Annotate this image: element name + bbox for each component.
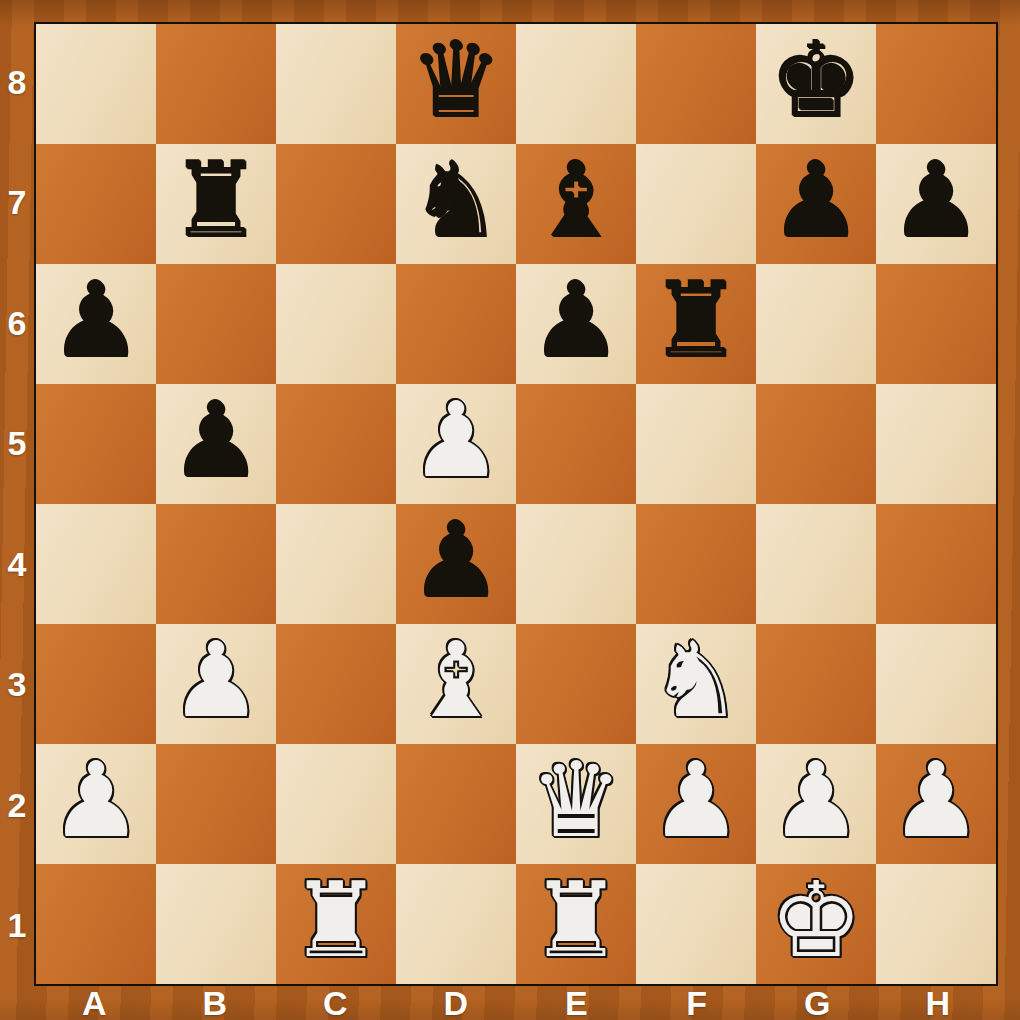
rank-label-8: 8 [0, 22, 34, 143]
square-b6[interactable] [156, 264, 276, 384]
square-e6[interactable]: ♟ [516, 264, 636, 384]
square-a2[interactable]: ♟ [36, 744, 156, 864]
square-d4[interactable]: ♟ [396, 504, 516, 624]
white-pawn-h2[interactable]: ♟ [889, 748, 982, 852]
file-label-h: H [878, 984, 999, 1020]
square-h6[interactable] [876, 264, 996, 384]
square-c8[interactable] [276, 24, 396, 144]
square-g7[interactable]: ♟ [756, 144, 876, 264]
white-pawn-a2[interactable]: ♟ [49, 748, 142, 852]
black-king-g8[interactable]: ♚ [769, 28, 862, 132]
square-a8[interactable] [36, 24, 156, 144]
black-pawn-d4[interactable]: ♟ [409, 508, 502, 612]
white-pawn-b3[interactable]: ♟ [169, 628, 262, 732]
square-h7[interactable]: ♟ [876, 144, 996, 264]
square-h8[interactable] [876, 24, 996, 144]
square-h3[interactable] [876, 624, 996, 744]
square-e2[interactable]: ♛ [516, 744, 636, 864]
white-pawn-g2[interactable]: ♟ [769, 748, 862, 852]
square-e3[interactable] [516, 624, 636, 744]
square-g4[interactable] [756, 504, 876, 624]
square-h1[interactable] [876, 864, 996, 984]
square-d3[interactable]: ♝ [396, 624, 516, 744]
square-d1[interactable] [396, 864, 516, 984]
square-d2[interactable] [396, 744, 516, 864]
rank-label-6: 6 [0, 263, 34, 384]
board-frame: ♛♚♜♞♝♟♟♟♟♜♟♟♟♟♝♞♟♛♟♟♟♜♜♚ [34, 22, 998, 986]
square-b2[interactable] [156, 744, 276, 864]
square-a6[interactable]: ♟ [36, 264, 156, 384]
white-rook-c1[interactable]: ♜ [289, 868, 382, 972]
square-f5[interactable] [636, 384, 756, 504]
white-pawn-f2[interactable]: ♟ [649, 748, 742, 852]
black-bishop-e7[interactable]: ♝ [529, 148, 622, 252]
square-f3[interactable]: ♞ [636, 624, 756, 744]
square-a5[interactable] [36, 384, 156, 504]
rank-label-3: 3 [0, 625, 34, 746]
chess-diagram: 87654321 ♛♚♜♞♝♟♟♟♟♜♟♟♟♟♝♞♟♛♟♟♟♜♜♚ ABCDEF… [0, 0, 1020, 1020]
black-pawn-b5[interactable]: ♟ [169, 388, 262, 492]
chess-board: ♛♚♜♞♝♟♟♟♟♜♟♟♟♟♝♞♟♛♟♟♟♜♜♚ [36, 24, 996, 984]
square-b7[interactable]: ♜ [156, 144, 276, 264]
square-c5[interactable] [276, 384, 396, 504]
square-a4[interactable] [36, 504, 156, 624]
square-g3[interactable] [756, 624, 876, 744]
square-b3[interactable]: ♟ [156, 624, 276, 744]
square-a1[interactable] [36, 864, 156, 984]
square-f7[interactable] [636, 144, 756, 264]
square-e8[interactable] [516, 24, 636, 144]
white-bishop-d3[interactable]: ♝ [409, 628, 502, 732]
square-e7[interactable]: ♝ [516, 144, 636, 264]
white-rook-e1[interactable]: ♜ [529, 868, 622, 972]
square-c1[interactable]: ♜ [276, 864, 396, 984]
file-label-e: E [516, 984, 637, 1020]
file-label-b: B [155, 984, 276, 1020]
rank-label-7: 7 [0, 143, 34, 264]
black-rook-b7[interactable]: ♜ [169, 148, 262, 252]
file-label-c: C [275, 984, 396, 1020]
black-knight-d7[interactable]: ♞ [409, 148, 502, 252]
rank-label-5: 5 [0, 384, 34, 505]
square-g8[interactable]: ♚ [756, 24, 876, 144]
square-b8[interactable] [156, 24, 276, 144]
file-labels: ABCDEFGH [34, 984, 998, 1020]
square-b5[interactable]: ♟ [156, 384, 276, 504]
square-c4[interactable] [276, 504, 396, 624]
square-f8[interactable] [636, 24, 756, 144]
black-pawn-e6[interactable]: ♟ [529, 268, 622, 372]
rank-label-2: 2 [0, 745, 34, 866]
square-c6[interactable] [276, 264, 396, 384]
white-pawn-d5[interactable]: ♟ [409, 388, 502, 492]
square-a7[interactable] [36, 144, 156, 264]
white-king-g1[interactable]: ♚ [769, 868, 862, 972]
square-d7[interactable]: ♞ [396, 144, 516, 264]
square-b1[interactable] [156, 864, 276, 984]
square-g5[interactable] [756, 384, 876, 504]
square-e1[interactable]: ♜ [516, 864, 636, 984]
black-rook-f6[interactable]: ♜ [649, 268, 742, 372]
file-label-f: F [637, 984, 758, 1020]
black-pawn-a6[interactable]: ♟ [49, 268, 142, 372]
square-a3[interactable] [36, 624, 156, 744]
black-pawn-h7[interactable]: ♟ [889, 148, 982, 252]
square-g2[interactable]: ♟ [756, 744, 876, 864]
rank-labels: 87654321 [0, 22, 34, 986]
file-label-g: G [757, 984, 878, 1020]
square-c3[interactable] [276, 624, 396, 744]
square-h4[interactable] [876, 504, 996, 624]
file-label-d: D [396, 984, 517, 1020]
square-g1[interactable]: ♚ [756, 864, 876, 984]
square-d5[interactable]: ♟ [396, 384, 516, 504]
rank-label-4: 4 [0, 504, 34, 625]
rank-label-1: 1 [0, 866, 34, 987]
square-f1[interactable] [636, 864, 756, 984]
square-d8[interactable]: ♛ [396, 24, 516, 144]
square-c2[interactable] [276, 744, 396, 864]
file-label-a: A [34, 984, 155, 1020]
square-f2[interactable]: ♟ [636, 744, 756, 864]
square-h2[interactable]: ♟ [876, 744, 996, 864]
square-d6[interactable] [396, 264, 516, 384]
white-knight-f3[interactable]: ♞ [649, 628, 742, 732]
square-h5[interactable] [876, 384, 996, 504]
black-queen-d8[interactable]: ♛ [409, 28, 502, 132]
square-c7[interactable] [276, 144, 396, 264]
square-b4[interactable] [156, 504, 276, 624]
square-f4[interactable] [636, 504, 756, 624]
white-queen-e2[interactable]: ♛ [529, 748, 622, 852]
square-g6[interactable] [756, 264, 876, 384]
black-pawn-g7[interactable]: ♟ [769, 148, 862, 252]
square-e5[interactable] [516, 384, 636, 504]
square-e4[interactable] [516, 504, 636, 624]
square-f6[interactable]: ♜ [636, 264, 756, 384]
